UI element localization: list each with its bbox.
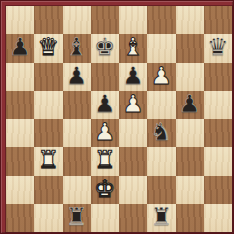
square-g1[interactable]	[176, 204, 204, 232]
piece-black-pawn-e6[interactable]: ♟	[122, 64, 144, 88]
square-a1[interactable]	[6, 204, 34, 232]
square-f7[interactable]	[147, 34, 175, 62]
piece-white-rook-d3[interactable]: ♜	[94, 148, 116, 172]
square-b8[interactable]	[34, 6, 62, 34]
piece-white-pawn-e5[interactable]: ♟	[122, 92, 144, 116]
square-a2[interactable]	[6, 176, 34, 204]
square-b5[interactable]	[34, 91, 62, 119]
square-e7[interactable]: ♝	[119, 34, 147, 62]
piece-black-pawn-g5[interactable]: ♟	[179, 92, 201, 116]
square-b6[interactable]	[34, 63, 62, 91]
square-c1[interactable]: ♜	[63, 204, 91, 232]
square-f5[interactable]	[147, 91, 175, 119]
square-e8[interactable]	[119, 6, 147, 34]
square-b7[interactable]: ♛	[34, 34, 62, 62]
board-frame: ♟♛♝♚♝♛♟♟♟♟♟♟♟♞♜♜♚♜♜	[0, 0, 234, 234]
square-e2[interactable]	[119, 176, 147, 204]
piece-black-king-d7[interactable]: ♚	[94, 35, 116, 59]
square-h7[interactable]: ♛	[204, 34, 232, 62]
square-d7[interactable]: ♚	[91, 34, 119, 62]
square-c5[interactable]	[63, 91, 91, 119]
square-b1[interactable]	[34, 204, 62, 232]
piece-white-pawn-f6[interactable]: ♟	[151, 64, 173, 88]
square-a5[interactable]	[6, 91, 34, 119]
piece-black-pawn-c6[interactable]: ♟	[66, 64, 88, 88]
square-c6[interactable]: ♟	[63, 63, 91, 91]
square-g3[interactable]	[176, 147, 204, 175]
square-c4[interactable]	[63, 119, 91, 147]
square-b4[interactable]	[34, 119, 62, 147]
square-b2[interactable]	[34, 176, 62, 204]
square-a7[interactable]: ♟	[6, 34, 34, 62]
square-e6[interactable]: ♟	[119, 63, 147, 91]
square-b3[interactable]: ♜	[34, 147, 62, 175]
piece-black-pawn-a7[interactable]: ♟	[9, 35, 31, 59]
chess-board: ♟♛♝♚♝♛♟♟♟♟♟♟♟♞♜♜♚♜♜	[5, 5, 233, 233]
square-a6[interactable]	[6, 63, 34, 91]
square-a8[interactable]	[6, 6, 34, 34]
piece-white-pawn-d4[interactable]: ♟	[94, 120, 116, 144]
square-a4[interactable]	[6, 119, 34, 147]
piece-black-pawn-d5[interactable]: ♟	[94, 92, 116, 116]
piece-black-knight-f4[interactable]: ♞	[151, 120, 173, 144]
square-d5[interactable]: ♟	[91, 91, 119, 119]
square-d2[interactable]: ♚	[91, 176, 119, 204]
square-f3[interactable]	[147, 147, 175, 175]
square-e5[interactable]: ♟	[119, 91, 147, 119]
square-g6[interactable]	[176, 63, 204, 91]
square-f4[interactable]: ♞	[147, 119, 175, 147]
square-h2[interactable]	[204, 176, 232, 204]
square-h3[interactable]	[204, 147, 232, 175]
square-g8[interactable]	[176, 6, 204, 34]
piece-black-rook-c1[interactable]: ♜	[66, 205, 88, 229]
piece-white-bishop-e7[interactable]: ♝	[122, 35, 144, 59]
piece-black-bishop-c7[interactable]: ♝	[66, 35, 88, 59]
square-h4[interactable]	[204, 119, 232, 147]
square-c8[interactable]	[63, 6, 91, 34]
square-e4[interactable]	[119, 119, 147, 147]
square-h6[interactable]	[204, 63, 232, 91]
square-f1[interactable]: ♜	[147, 204, 175, 232]
square-h8[interactable]	[204, 6, 232, 34]
square-e1[interactable]	[119, 204, 147, 232]
square-h5[interactable]	[204, 91, 232, 119]
square-d1[interactable]	[91, 204, 119, 232]
piece-black-queen-h7[interactable]: ♛	[207, 35, 229, 59]
square-g7[interactable]	[176, 34, 204, 62]
square-f6[interactable]: ♟	[147, 63, 175, 91]
piece-white-queen-b7[interactable]: ♛	[38, 35, 60, 59]
square-c7[interactable]: ♝	[63, 34, 91, 62]
square-g5[interactable]: ♟	[176, 91, 204, 119]
square-d4[interactable]: ♟	[91, 119, 119, 147]
piece-white-king-d2[interactable]: ♚	[94, 177, 116, 201]
piece-white-rook-b3[interactable]: ♜	[38, 148, 60, 172]
square-a3[interactable]	[6, 147, 34, 175]
square-g2[interactable]	[176, 176, 204, 204]
square-d3[interactable]: ♜	[91, 147, 119, 175]
square-c3[interactable]	[63, 147, 91, 175]
square-e3[interactable]	[119, 147, 147, 175]
square-f2[interactable]	[147, 176, 175, 204]
square-c2[interactable]	[63, 176, 91, 204]
square-h1[interactable]	[204, 204, 232, 232]
square-d6[interactable]	[91, 63, 119, 91]
square-d8[interactable]	[91, 6, 119, 34]
square-f8[interactable]	[147, 6, 175, 34]
piece-black-rook-f1[interactable]: ♜	[151, 205, 173, 229]
square-g4[interactable]	[176, 119, 204, 147]
